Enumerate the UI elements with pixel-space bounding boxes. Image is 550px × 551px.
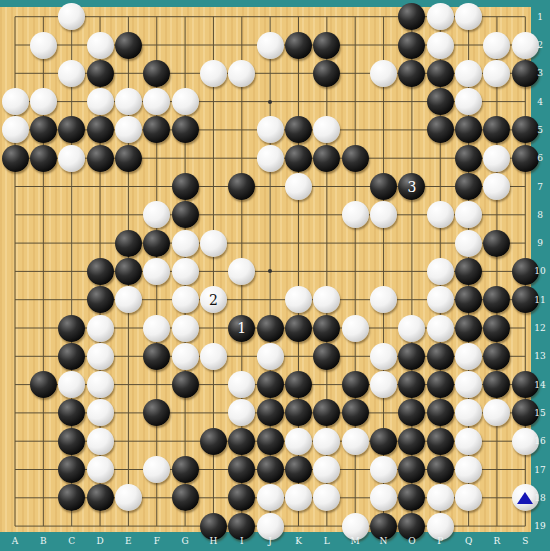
- white-stone-S2: [512, 32, 539, 59]
- black-stone-L6: [313, 145, 340, 172]
- black-stone-D11: [87, 286, 114, 313]
- white-stone-R2: [483, 32, 510, 59]
- black-stone-J16: [257, 428, 284, 455]
- white-stone-Q13: [455, 343, 482, 370]
- white-stone-J2: [257, 32, 284, 59]
- white-stone-P8: [427, 201, 454, 228]
- black-stone-S6: [512, 145, 539, 172]
- white-stone-A4: [2, 88, 29, 115]
- black-stone-Q7: [455, 173, 482, 200]
- column-label-I: I: [240, 537, 244, 546]
- column-label-F: F: [154, 537, 160, 546]
- black-stone-G7: [172, 173, 199, 200]
- last-move-triangle-icon: [517, 492, 533, 504]
- column-label-G: G: [181, 537, 188, 546]
- black-stone-P13: [427, 343, 454, 370]
- black-stone-D6: [87, 145, 114, 172]
- star-point: [268, 269, 272, 273]
- row-label-13: 13: [534, 352, 545, 361]
- black-stone-G14: [172, 371, 199, 398]
- white-stone-D12: [87, 315, 114, 342]
- move-number-label: 3: [407, 180, 416, 194]
- row-label-14: 14: [534, 380, 545, 389]
- column-label-D: D: [96, 537, 103, 546]
- white-stone-J18: [257, 484, 284, 511]
- row-label-4: 4: [537, 97, 543, 106]
- white-stone-G11: [172, 286, 199, 313]
- black-stone-C12: [58, 315, 85, 342]
- black-stone-K17: [285, 456, 312, 483]
- black-stone-G8: [172, 201, 199, 228]
- white-stone-C6: [58, 145, 85, 172]
- black-stone-P17: [427, 456, 454, 483]
- row-label-3: 3: [537, 69, 543, 78]
- white-stone-D15: [87, 399, 114, 426]
- white-stone-K16: [285, 428, 312, 455]
- white-stone-F10: [143, 258, 170, 285]
- white-stone-Q3: [455, 60, 482, 87]
- black-stone-D5: [87, 116, 114, 143]
- black-stone-L12: [313, 315, 340, 342]
- column-label-H: H: [210, 537, 218, 546]
- row-label-5: 5: [537, 125, 543, 134]
- white-stone-F12: [143, 315, 170, 342]
- black-stone-E10: [115, 258, 142, 285]
- white-stone-G9: [172, 230, 199, 257]
- black-stone-F13: [143, 343, 170, 370]
- column-label-J: J: [268, 537, 272, 546]
- column-label-M: M: [351, 537, 360, 546]
- white-stone-N3: [370, 60, 397, 87]
- white-stone-M16: [342, 428, 369, 455]
- black-stone-N7: [370, 173, 397, 200]
- black-stone-F3: [143, 60, 170, 87]
- black-stone-P5: [427, 116, 454, 143]
- column-label-L: L: [324, 537, 330, 546]
- black-stone-C17: [58, 456, 85, 483]
- black-stone-L3: [313, 60, 340, 87]
- black-stone-P16: [427, 428, 454, 455]
- column-label-E: E: [125, 537, 132, 546]
- black-stone-P15: [427, 399, 454, 426]
- white-stone-P12: [427, 315, 454, 342]
- black-stone-E2: [115, 32, 142, 59]
- row-label-7: 7: [537, 182, 543, 191]
- star-point: [268, 100, 272, 104]
- black-stone-O13: [398, 343, 425, 370]
- white-stone-D13: [87, 343, 114, 370]
- black-stone-G17: [172, 456, 199, 483]
- black-stone-N16: [370, 428, 397, 455]
- black-stone-L13: [313, 343, 340, 370]
- black-stone-G5: [172, 116, 199, 143]
- white-stone-D4: [87, 88, 114, 115]
- white-stone-H9: [200, 230, 227, 257]
- white-stone-Q16: [455, 428, 482, 455]
- black-stone-O3: [398, 60, 425, 87]
- black-stone-J12: [257, 315, 284, 342]
- white-stone-Q4: [455, 88, 482, 115]
- column-label-P: P: [437, 537, 443, 546]
- row-label-12: 12: [534, 324, 545, 333]
- white-stone-O12: [398, 315, 425, 342]
- column-label-A: A: [12, 537, 19, 546]
- white-stone-I10: [228, 258, 255, 285]
- white-stone-C3: [58, 60, 85, 87]
- column-label-Q: Q: [465, 537, 472, 546]
- white-stone-P10: [427, 258, 454, 285]
- white-stone-H11: 2: [200, 286, 227, 313]
- black-stone-F9: [143, 230, 170, 257]
- black-stone-S5: [512, 116, 539, 143]
- white-stone-J13: [257, 343, 284, 370]
- black-stone-S3: [512, 60, 539, 87]
- white-stone-P1: [427, 3, 454, 30]
- black-stone-A6: [2, 145, 29, 172]
- white-stone-H13: [200, 343, 227, 370]
- white-stone-D17: [87, 456, 114, 483]
- row-label-16: 16: [534, 437, 545, 446]
- black-stone-E6: [115, 145, 142, 172]
- white-stone-Q17: [455, 456, 482, 483]
- black-stone-P3: [427, 60, 454, 87]
- white-stone-P2: [427, 32, 454, 59]
- white-stone-L16: [313, 428, 340, 455]
- white-stone-K7: [285, 173, 312, 200]
- black-stone-P14: [427, 371, 454, 398]
- move-number-label: 2: [209, 293, 218, 307]
- row-label-19: 19: [534, 522, 545, 531]
- white-stone-R6: [483, 145, 510, 172]
- column-label-N: N: [380, 537, 388, 546]
- white-stone-N17: [370, 456, 397, 483]
- black-stone-H16: [200, 428, 227, 455]
- black-stone-K12: [285, 315, 312, 342]
- black-stone-O2: [398, 32, 425, 59]
- row-label-9: 9: [537, 239, 543, 248]
- black-stone-P4: [427, 88, 454, 115]
- black-stone-I12: 1: [228, 315, 255, 342]
- white-stone-P11: [427, 286, 454, 313]
- white-stone-E4: [115, 88, 142, 115]
- white-stone-H3: [200, 60, 227, 87]
- go-board-app: 321ABCDEFGHIJKLMNOPQRS123456789101112131…: [0, 0, 550, 551]
- column-label-C: C: [68, 537, 75, 546]
- black-stone-R9: [483, 230, 510, 257]
- white-stone-Q14: [455, 371, 482, 398]
- white-stone-D14: [87, 371, 114, 398]
- white-stone-D2: [87, 32, 114, 59]
- white-stone-G12: [172, 315, 199, 342]
- black-stone-C16: [58, 428, 85, 455]
- move-number-label: 1: [237, 321, 246, 335]
- white-stone-P18: [427, 484, 454, 511]
- black-stone-K6: [285, 145, 312, 172]
- row-label-10: 10: [534, 267, 545, 276]
- black-stone-D10: [87, 258, 114, 285]
- black-stone-L2: [313, 32, 340, 59]
- row-label-15: 15: [534, 408, 545, 417]
- black-stone-K2: [285, 32, 312, 59]
- column-label-K: K: [295, 537, 302, 546]
- black-stone-M15: [342, 399, 369, 426]
- row-label-11: 11: [534, 295, 545, 304]
- black-stone-C13: [58, 343, 85, 370]
- black-stone-D18: [87, 484, 114, 511]
- row-label-1: 1: [537, 12, 543, 21]
- white-stone-D16: [87, 428, 114, 455]
- black-stone-G18: [172, 484, 199, 511]
- black-stone-Q12: [455, 315, 482, 342]
- white-stone-G13: [172, 343, 199, 370]
- black-stone-M14: [342, 371, 369, 398]
- black-stone-O16: [398, 428, 425, 455]
- black-stone-Q10: [455, 258, 482, 285]
- black-stone-M6: [342, 145, 369, 172]
- black-stone-J14: [257, 371, 284, 398]
- white-stone-I3: [228, 60, 255, 87]
- white-stone-G4: [172, 88, 199, 115]
- black-stone-K14: [285, 371, 312, 398]
- white-stone-B4: [30, 88, 57, 115]
- white-stone-E18: [115, 484, 142, 511]
- black-stone-E9: [115, 230, 142, 257]
- row-label-17: 17: [534, 465, 545, 474]
- white-stone-M12: [342, 315, 369, 342]
- row-label-8: 8: [537, 210, 543, 219]
- white-stone-A5: [2, 116, 29, 143]
- row-label-2: 2: [537, 41, 543, 50]
- column-label-O: O: [408, 537, 415, 546]
- column-label-S: S: [522, 537, 528, 546]
- white-stone-G10: [172, 258, 199, 285]
- black-stone-R12: [483, 315, 510, 342]
- white-stone-E11: [115, 286, 142, 313]
- white-stone-M8: [342, 201, 369, 228]
- column-label-R: R: [494, 537, 501, 546]
- row-label-6: 6: [537, 154, 543, 163]
- black-stone-J17: [257, 456, 284, 483]
- white-stone-N13: [370, 343, 397, 370]
- black-stone-B14: [30, 371, 57, 398]
- white-stone-J5: [257, 116, 284, 143]
- white-stone-N14: [370, 371, 397, 398]
- black-stone-B6: [30, 145, 57, 172]
- black-stone-I16: [228, 428, 255, 455]
- black-stone-J15: [257, 399, 284, 426]
- column-label-B: B: [40, 537, 47, 546]
- row-label-18: 18: [534, 493, 545, 502]
- white-stone-J6: [257, 145, 284, 172]
- white-stone-K11: [285, 286, 312, 313]
- white-stone-B2: [30, 32, 57, 59]
- white-stone-Q9: [455, 230, 482, 257]
- black-stone-Q6: [455, 145, 482, 172]
- black-stone-D3: [87, 60, 114, 87]
